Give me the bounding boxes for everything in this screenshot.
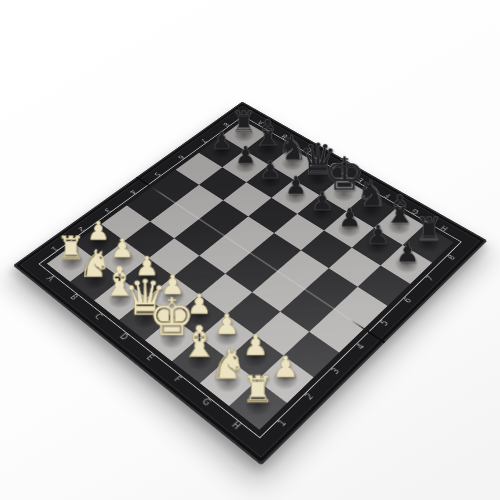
piece-glyph: ♜ <box>242 371 275 408</box>
piece-contact-shadow <box>277 153 308 174</box>
piece-contact-shadow <box>355 198 388 221</box>
piece-glyph: ♟ <box>87 218 110 244</box>
square-a7 <box>199 136 245 167</box>
piece-glyph: ♟ <box>259 158 281 182</box>
product-photo-scene: ABCDEFGH ABCDEFGH 12345678 12345678 ♜♝♞♛… <box>0 0 500 500</box>
piece-glyph: ♞ <box>277 131 308 165</box>
square-a8 <box>221 120 266 150</box>
square-c6 <box>223 182 271 216</box>
piece-contact-shadow <box>229 125 259 145</box>
rank-label-left-3: 3 <box>103 207 112 213</box>
pieces-layer: ♜♝♞♛♚♞♝♜♟♟♟♟♟♟♟♟♟♟♟♟♟♟♟♟♜♞♝♛♚♝♞♜ <box>47 120 454 429</box>
piece-glyph: ♜ <box>231 108 257 137</box>
piece-glyph: ♝ <box>252 115 284 150</box>
square-d6 <box>248 198 297 233</box>
piece-glyph: ♟ <box>396 239 420 266</box>
piece-contact-shadow <box>230 155 261 176</box>
piece-glyph: ♞ <box>356 176 388 212</box>
square-c4 <box>174 219 224 256</box>
piece-glyph: ♟ <box>211 129 232 153</box>
rank-label-left-7: 7 <box>199 138 207 143</box>
piece-glyph: ♚ <box>324 151 365 197</box>
square-e8 <box>320 177 368 211</box>
chess-board: ABCDEFGH ABCDEFGH 12345678 12345678 ♜♝♞♛… <box>47 120 454 429</box>
file-label-top-d: D <box>330 161 339 167</box>
square-b6 <box>199 167 246 200</box>
square-a5 <box>152 170 199 203</box>
piece-glyph: ♟ <box>235 143 257 167</box>
piece-contact-shadow <box>306 201 339 224</box>
square-b5 <box>175 185 223 219</box>
piece-contact-shadow <box>254 170 286 192</box>
piece-glyph: ♟ <box>338 205 361 231</box>
piece-contact-shadow <box>252 139 283 160</box>
file-label-top-b: B <box>281 133 289 139</box>
piece-contact-shadow <box>207 141 238 162</box>
square-a6 <box>176 153 223 185</box>
rank-label-left-8: 8 <box>221 122 229 127</box>
square-b7 <box>222 150 269 182</box>
file-label-top-c: C <box>305 147 314 153</box>
piece-glyph: ♟ <box>272 352 298 381</box>
square-d5 <box>224 216 274 253</box>
square-d8 <box>294 162 341 195</box>
piece-contact-shadow <box>328 183 360 206</box>
square-e7 <box>297 195 346 230</box>
rank-label-left-5: 5 <box>152 171 160 177</box>
piece-glyph: ♟ <box>311 189 334 214</box>
square-c5 <box>199 200 248 235</box>
rank-label-left-6: 6 <box>176 154 184 160</box>
piece-glyph: ♛ <box>299 138 338 181</box>
square-c8 <box>269 148 316 180</box>
square-d7 <box>271 180 319 214</box>
square-e6 <box>274 214 324 250</box>
piece-contact-shadow <box>332 217 365 241</box>
file-label-top-e: E <box>357 176 365 182</box>
piece-contact-shadow <box>302 168 334 190</box>
tilt-wrapper: ABCDEFGH ABCDEFGH 12345678 12345678 ♜♝♞♛… <box>0 0 500 500</box>
piece-glyph: ♟ <box>366 222 389 248</box>
file-label-top-f: F <box>384 192 392 198</box>
file-label-top-a: A <box>257 120 265 126</box>
rank-label-left-4: 4 <box>128 189 137 195</box>
square-b4 <box>150 203 199 238</box>
piece-glyph: ♟ <box>285 173 307 198</box>
piece-contact-shadow <box>279 185 311 208</box>
square-a4 <box>127 187 175 221</box>
square-b8 <box>245 134 291 165</box>
square-c7 <box>246 165 293 198</box>
